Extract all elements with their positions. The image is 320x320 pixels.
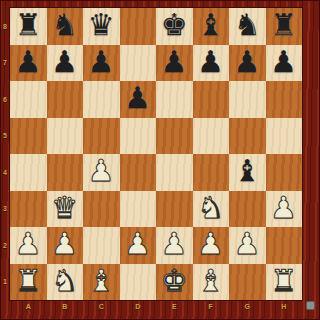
square-f3[interactable]: ♞ (193, 191, 230, 228)
square-d7[interactable] (120, 45, 157, 82)
piece-black-pawn[interactable]: ♟ (234, 47, 261, 77)
file-label-e: E (156, 299, 193, 313)
square-e4[interactable] (156, 154, 193, 191)
rank-label-4: 4 (0, 154, 10, 191)
square-c3[interactable] (83, 191, 120, 228)
square-b8[interactable]: ♞ (47, 8, 84, 45)
square-a2[interactable]: ♟ (10, 227, 47, 264)
piece-black-pawn[interactable]: ♟ (88, 47, 115, 77)
rank-label-2: 2 (0, 227, 10, 264)
piece-black-king[interactable]: ♚ (161, 10, 188, 40)
piece-white-pawn[interactable]: ♟ (161, 229, 188, 259)
square-c7[interactable]: ♟ (83, 45, 120, 82)
square-b4[interactable] (47, 154, 84, 191)
piece-white-pawn[interactable]: ♟ (197, 229, 224, 259)
piece-white-rook[interactable]: ♜ (15, 266, 42, 296)
piece-white-rook[interactable]: ♜ (270, 266, 297, 296)
square-d2[interactable]: ♟ (120, 227, 157, 264)
square-b1[interactable]: ♞ (47, 264, 84, 301)
chess-board: ♜♞♛♚♝♞♜♟♟♟♟♟♟♟♟♟♝♛♞♟♟♟♟♟♟♟♜♞♝♚♝♜ (10, 8, 302, 300)
rank-label-1: 1 (0, 264, 10, 301)
square-d6[interactable]: ♟ (120, 81, 157, 118)
square-c2[interactable] (83, 227, 120, 264)
piece-black-pawn[interactable]: ♟ (270, 47, 297, 77)
square-e5[interactable] (156, 118, 193, 155)
square-e1[interactable]: ♚ (156, 264, 193, 301)
piece-black-pawn[interactable]: ♟ (124, 83, 151, 113)
square-c5[interactable] (83, 118, 120, 155)
piece-black-rook[interactable]: ♜ (270, 10, 297, 40)
square-g3[interactable] (229, 191, 266, 228)
file-label-f: F (193, 299, 230, 313)
square-g8[interactable]: ♞ (229, 8, 266, 45)
piece-white-queen[interactable]: ♛ (51, 193, 78, 223)
square-g5[interactable] (229, 118, 266, 155)
resize-grip[interactable] (306, 301, 315, 310)
square-a8[interactable]: ♜ (10, 8, 47, 45)
piece-white-bishop[interactable]: ♝ (197, 266, 224, 296)
piece-white-pawn[interactable]: ♟ (88, 156, 115, 186)
square-g4[interactable]: ♝ (229, 154, 266, 191)
square-h3[interactable]: ♟ (266, 191, 303, 228)
piece-white-pawn[interactable]: ♟ (124, 229, 151, 259)
square-d5[interactable] (120, 118, 157, 155)
square-d4[interactable] (120, 154, 157, 191)
square-b2[interactable]: ♟ (47, 227, 84, 264)
square-h6[interactable] (266, 81, 303, 118)
piece-black-knight[interactable]: ♞ (234, 10, 261, 40)
square-a6[interactable] (10, 81, 47, 118)
square-e6[interactable] (156, 81, 193, 118)
square-a1[interactable]: ♜ (10, 264, 47, 301)
square-f5[interactable] (193, 118, 230, 155)
square-c6[interactable] (83, 81, 120, 118)
piece-white-pawn[interactable]: ♟ (15, 229, 42, 259)
piece-black-pawn[interactable]: ♟ (197, 47, 224, 77)
square-h2[interactable] (266, 227, 303, 264)
square-a5[interactable] (10, 118, 47, 155)
piece-white-king[interactable]: ♚ (161, 266, 188, 296)
square-f4[interactable] (193, 154, 230, 191)
rank-label-7: 7 (0, 45, 10, 82)
rank-label-6: 6 (0, 81, 10, 118)
square-h1[interactable]: ♜ (266, 264, 303, 301)
rank-label-8: 8 (0, 8, 10, 45)
square-c4[interactable]: ♟ (83, 154, 120, 191)
piece-black-knight[interactable]: ♞ (51, 10, 78, 40)
chess-board-frame: ♜♞♛♚♝♞♜♟♟♟♟♟♟♟♟♟♝♛♞♟♟♟♟♟♟♟♜♞♝♚♝♜ 8765432… (0, 0, 320, 320)
square-c8[interactable]: ♛ (83, 8, 120, 45)
square-e3[interactable] (156, 191, 193, 228)
square-e7[interactable]: ♟ (156, 45, 193, 82)
piece-black-bishop[interactable]: ♝ (234, 156, 261, 186)
piece-black-pawn[interactable]: ♟ (15, 47, 42, 77)
square-f8[interactable]: ♝ (193, 8, 230, 45)
piece-black-rook[interactable]: ♜ (15, 10, 42, 40)
square-g7[interactable]: ♟ (229, 45, 266, 82)
square-f6[interactable] (193, 81, 230, 118)
rank-label-3: 3 (0, 191, 10, 228)
square-g2[interactable]: ♟ (229, 227, 266, 264)
square-b5[interactable] (47, 118, 84, 155)
square-d1[interactable] (120, 264, 157, 301)
piece-white-pawn[interactable]: ♟ (270, 193, 297, 223)
square-f7[interactable]: ♟ (193, 45, 230, 82)
square-h5[interactable] (266, 118, 303, 155)
square-a7[interactable]: ♟ (10, 45, 47, 82)
rank-labels: 87654321 (0, 8, 10, 300)
square-b3[interactable]: ♛ (47, 191, 84, 228)
square-f1[interactable]: ♝ (193, 264, 230, 301)
square-a4[interactable] (10, 154, 47, 191)
square-c1[interactable]: ♝ (83, 264, 120, 301)
file-label-b: B (47, 299, 84, 313)
square-e2[interactable]: ♟ (156, 227, 193, 264)
square-d3[interactable] (120, 191, 157, 228)
file-label-d: D (120, 299, 157, 313)
piece-black-bishop[interactable]: ♝ (197, 10, 224, 40)
square-e8[interactable]: ♚ (156, 8, 193, 45)
piece-black-pawn[interactable]: ♟ (51, 47, 78, 77)
piece-white-pawn[interactable]: ♟ (234, 229, 261, 259)
file-label-h: H (266, 299, 303, 313)
square-h8[interactable]: ♜ (266, 8, 303, 45)
rank-label-5: 5 (0, 118, 10, 155)
square-h4[interactable] (266, 154, 303, 191)
piece-white-knight[interactable]: ♞ (51, 266, 78, 296)
piece-white-bishop[interactable]: ♝ (88, 266, 115, 296)
square-d8[interactable] (120, 8, 157, 45)
file-label-c: C (83, 299, 120, 313)
square-g6[interactable] (229, 81, 266, 118)
piece-black-pawn[interactable]: ♟ (161, 47, 188, 77)
file-label-a: A (10, 299, 47, 313)
piece-black-queen[interactable]: ♛ (88, 10, 115, 40)
square-b6[interactable] (47, 81, 84, 118)
piece-white-pawn[interactable]: ♟ (51, 229, 78, 259)
piece-white-knight[interactable]: ♞ (197, 193, 224, 223)
file-label-g: G (229, 299, 266, 313)
square-g1[interactable] (229, 264, 266, 301)
square-h7[interactable]: ♟ (266, 45, 303, 82)
square-b7[interactable]: ♟ (47, 45, 84, 82)
square-a3[interactable] (10, 191, 47, 228)
square-f2[interactable]: ♟ (193, 227, 230, 264)
file-labels: ABCDEFGH (10, 299, 302, 313)
